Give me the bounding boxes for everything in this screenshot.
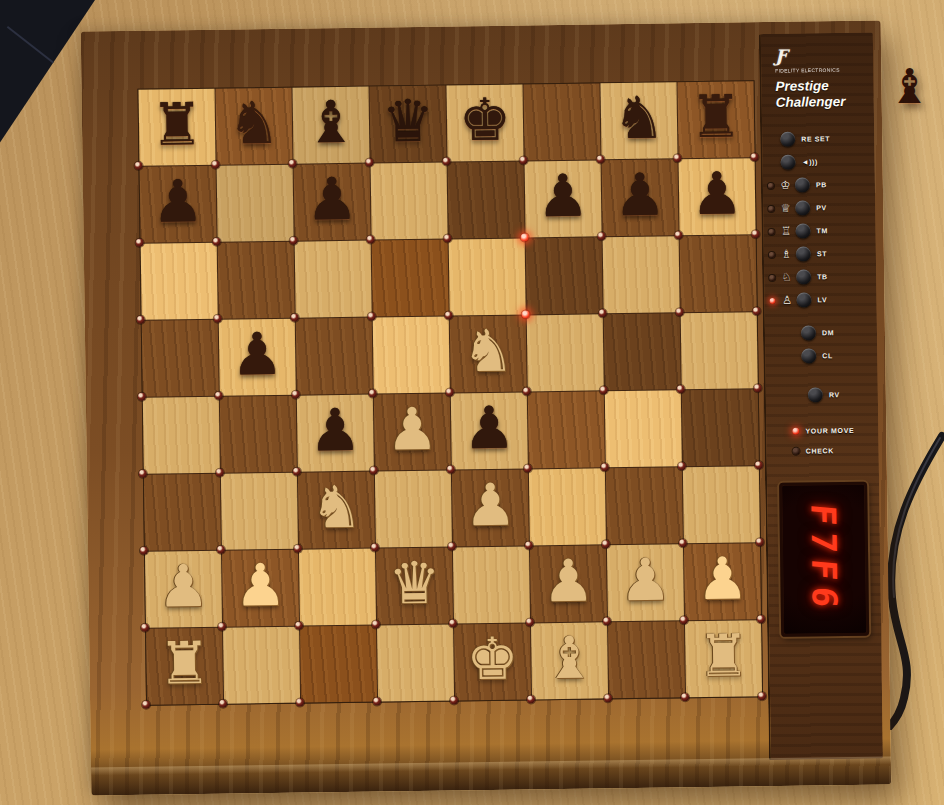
square-c1[interactable]	[300, 626, 377, 703]
square-c5[interactable]	[296, 318, 373, 395]
piece-black-pawn[interactable]: ♟	[306, 170, 359, 229]
square-g6[interactable]	[603, 236, 680, 313]
square-g3[interactable]	[606, 467, 683, 544]
fidelity-logo-icon: Ƒ	[775, 47, 867, 65]
square-h3[interactable]	[683, 466, 760, 543]
panel-row-reset: RE SET	[762, 127, 874, 152]
queen-icon: ♕	[778, 202, 793, 215]
model-name-line1: Prestige	[775, 78, 867, 95]
square-h4[interactable]	[682, 389, 759, 466]
square-a8[interactable]: ♜	[139, 89, 216, 166]
square-g7[interactable]: ♟	[602, 159, 679, 236]
piece-black-queen[interactable]: ♛	[382, 92, 435, 151]
square-b4[interactable]	[220, 396, 297, 473]
piece-black-knight[interactable]: ♞	[228, 94, 281, 153]
key-label-pb: PB	[816, 181, 827, 188]
panel-row-tm: ♖TM	[763, 219, 875, 244]
square-d5[interactable]	[373, 317, 450, 394]
square-a2[interactable]: ♟	[145, 551, 222, 628]
piece-white-knight[interactable]: ♞	[310, 478, 363, 537]
piece-white-pawn[interactable]: ♟	[619, 550, 672, 609]
key-label-pv: PV	[816, 204, 827, 211]
piece-white-pawn[interactable]: ♟	[464, 476, 517, 535]
key-label-cl: CL	[822, 352, 833, 359]
key-label-dm: DM	[822, 329, 834, 336]
speaker-icon: ◄)))	[802, 158, 818, 165]
piece-white-pawn[interactable]: ♟	[386, 400, 439, 459]
check-label: CHECK	[806, 447, 834, 454]
board-grid: ♜♞♝♛♚♞♜♟♟♟♟♟♟♞♟♟♟♞♟♟♟♛♟♟♟♜♚♝♜	[138, 80, 764, 706]
square-a3[interactable]	[144, 474, 221, 551]
square-f2[interactable]: ♟	[530, 545, 607, 622]
key-label-st: ST	[817, 250, 827, 257]
piece-white-bishop[interactable]: ♝	[543, 628, 596, 687]
chess-computer-board: ♜♞♝♛♚♞♜♟♟♟♟♟♟♞♟♟♟♞♟♟♟♛♟♟♟♜♚♝♜ Ƒ FIDELITY…	[81, 20, 892, 795]
piece-black-rook[interactable]: ♜	[690, 87, 743, 146]
key-label-rv: RV	[829, 391, 840, 398]
piece-black-pawn[interactable]: ♟	[614, 165, 667, 224]
square-d7[interactable]	[371, 163, 448, 240]
piece-white-pawn[interactable]: ♟	[542, 552, 595, 611]
table-surface: ♝ ♜♞♝♛♚♞♜♟♟♟♟♟♟♞♟♟♟♞♟♟♟♛♟♟♟♜♚♝♜ Ƒ FIDELI…	[0, 0, 944, 805]
square-e2[interactable]	[453, 546, 530, 623]
maker-text: FIDELITY ELECTRONICS	[775, 67, 851, 73]
st-button[interactable]	[796, 246, 811, 261]
square-e4[interactable]: ♟	[451, 392, 528, 469]
piece-white-pawn[interactable]: ♟	[696, 549, 749, 608]
key-led	[769, 228, 775, 234]
piece-white-knight[interactable]: ♞	[462, 322, 515, 381]
model-name-line2: Challenger	[776, 93, 868, 110]
rook-icon: ♖	[778, 225, 793, 238]
square-d2[interactable]: ♛	[376, 547, 453, 624]
piece-black-knight[interactable]: ♞	[613, 88, 666, 147]
dm-button[interactable]	[801, 325, 816, 340]
square-b6[interactable]	[218, 242, 295, 319]
branding-block: Ƒ FIDELITY ELECTRONICS Prestige Challeng…	[761, 33, 874, 115]
piece-black-pawn[interactable]: ♟	[691, 164, 744, 223]
panel-row-pb: ♔PB	[763, 173, 875, 198]
square-f6[interactable]	[526, 237, 603, 314]
panel-row-cl: CL	[765, 344, 877, 369]
key-label-tm: TM	[817, 227, 828, 234]
square-c6[interactable]	[295, 241, 372, 318]
square-f5[interactable]	[527, 314, 604, 391]
square-g2[interactable]: ♟	[607, 544, 684, 621]
square-f8[interactable]	[523, 83, 600, 160]
panel-row-speaker: ◄)))	[762, 150, 874, 175]
reset-button[interactable]	[780, 132, 795, 147]
piece-black-bishop[interactable]: ♝	[305, 93, 358, 152]
key-led	[769, 274, 775, 280]
piece-white-rook[interactable]: ♜	[158, 634, 211, 693]
square-a1[interactable]: ♜	[146, 628, 223, 705]
square-a6[interactable]	[141, 243, 218, 320]
square-e7[interactable]	[448, 161, 525, 238]
knight-icon: ♘	[779, 271, 794, 284]
piece-black-king[interactable]: ♚	[459, 91, 512, 150]
square-e6[interactable]	[449, 238, 526, 315]
key-label-reset: RE SET	[801, 135, 830, 142]
tb-button[interactable]	[796, 269, 811, 284]
square-b7[interactable]	[217, 165, 294, 242]
square-b8[interactable]: ♞	[216, 88, 293, 165]
piece-white-pawn[interactable]: ♟	[234, 556, 287, 615]
square-d3[interactable]	[375, 470, 452, 547]
piece-black-pawn[interactable]: ♟	[152, 172, 205, 231]
captured-black-bishop[interactable]: ♝	[888, 62, 931, 110]
piece-white-rook[interactable]: ♜	[697, 626, 750, 685]
status-row-check: CHECK	[766, 440, 878, 462]
square-e5[interactable]: ♞	[450, 315, 527, 392]
square-a5[interactable]	[142, 320, 219, 397]
panel-row-st: ♗ST	[764, 242, 876, 267]
square-g4[interactable]	[605, 390, 682, 467]
square-d8[interactable]: ♛	[370, 86, 447, 163]
square-a4[interactable]	[143, 397, 220, 474]
panel-row-rv: RV	[766, 383, 878, 408]
square-f1[interactable]: ♝	[531, 622, 608, 699]
panel-row-dm: DM	[765, 321, 877, 346]
square-g5[interactable]	[604, 313, 681, 390]
pb-button[interactable]	[795, 177, 810, 192]
square-g1[interactable]	[608, 621, 685, 698]
key-led	[768, 182, 774, 188]
square-h6[interactable]	[680, 235, 757, 312]
square-b5[interactable]: ♟	[219, 319, 296, 396]
square-c4[interactable]: ♟	[297, 395, 374, 472]
square-b2[interactable]: ♟	[222, 550, 299, 627]
square-h7[interactable]: ♟	[679, 158, 756, 235]
square-c7[interactable]: ♟	[294, 164, 371, 241]
piece-black-pawn[interactable]: ♟	[537, 167, 590, 226]
piece-white-queen[interactable]: ♛	[388, 554, 441, 613]
square-f4[interactable]	[528, 391, 605, 468]
piece-white-pawn[interactable]: ♟	[157, 557, 210, 616]
square-b1[interactable]	[223, 627, 300, 704]
bishop-icon: ♗	[779, 248, 794, 261]
key-led-lit	[769, 297, 775, 303]
key-label-tb: TB	[817, 273, 828, 280]
square-f3[interactable]	[529, 468, 606, 545]
square-c8[interactable]: ♝	[293, 87, 370, 164]
led-display-digits: F7F6	[803, 503, 845, 617]
piece-white-king[interactable]: ♚	[466, 630, 519, 689]
status-lights: YOUR MOVECHECK	[766, 420, 879, 462]
square-h2[interactable]: ♟	[684, 543, 761, 620]
lv-button[interactable]	[796, 292, 811, 307]
square-d1[interactable]	[377, 624, 454, 701]
square-c2[interactable]	[299, 549, 376, 626]
status-row-your-move: YOUR MOVE	[766, 420, 878, 442]
panel-row-lv: ♙LV	[764, 288, 876, 313]
pawn-icon: ♙	[779, 294, 794, 307]
square-d4[interactable]: ♟	[374, 394, 451, 471]
control-panel: Ƒ FIDELITY ELECTRONICS Prestige Challeng…	[759, 33, 883, 761]
rv-button[interactable]	[808, 387, 823, 402]
your-move-led-lit	[792, 427, 799, 434]
piece-black-pawn[interactable]: ♟	[231, 325, 284, 384]
square-h5[interactable]	[681, 312, 758, 389]
square-a7[interactable]: ♟	[140, 166, 217, 243]
square-d6[interactable]	[372, 240, 449, 317]
square-e3[interactable]: ♟	[452, 469, 529, 546]
key-column: RE SET◄)))♔PB♕PV♖TM♗ST♘TB♙LVDMCLRV	[762, 127, 878, 408]
square-c3[interactable]: ♞	[298, 472, 375, 549]
cl-button[interactable]	[801, 348, 816, 363]
led-display-screen: F7F6	[782, 485, 866, 634]
speaker-button[interactable]	[780, 155, 795, 170]
king-icon: ♔	[778, 179, 793, 192]
led-display: F7F6	[779, 482, 869, 637]
square-f7[interactable]: ♟	[525, 160, 602, 237]
your-move-label: YOUR MOVE	[805, 426, 854, 434]
square-b3[interactable]	[221, 473, 298, 550]
key-led	[769, 251, 775, 257]
piece-black-pawn[interactable]: ♟	[309, 401, 362, 460]
panel-row-tb: ♘TB	[764, 265, 876, 290]
piece-black-rook[interactable]: ♜	[151, 95, 204, 154]
square-g8[interactable]: ♞	[600, 82, 677, 159]
key-led	[768, 205, 774, 211]
tm-button[interactable]	[795, 223, 810, 238]
square-h8[interactable]: ♜	[677, 81, 754, 158]
square-e1[interactable]: ♚	[454, 623, 531, 700]
panel-row-pv: ♕PV	[763, 196, 875, 221]
key-label-lv: LV	[817, 296, 827, 303]
pv-button[interactable]	[795, 200, 810, 215]
check-led	[793, 447, 800, 454]
square-h1[interactable]: ♜	[685, 620, 762, 697]
piece-black-pawn[interactable]: ♟	[463, 399, 516, 458]
square-e8[interactable]: ♚	[446, 84, 523, 161]
